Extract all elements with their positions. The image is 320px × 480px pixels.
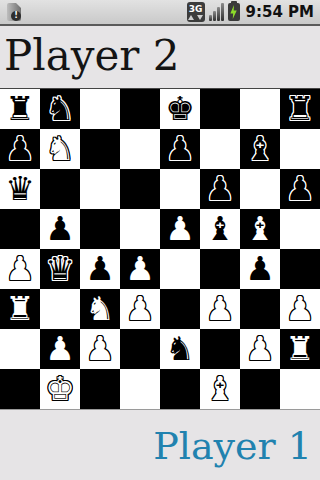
white-rook-h2: ♜ [280, 329, 320, 369]
black-pawn-c4: ♟ [80, 249, 120, 289]
square-c7[interactable] [80, 129, 120, 169]
square-f4[interactable] [200, 249, 240, 289]
black-rook-a8: ♜ [0, 89, 40, 129]
black-pawn-g4: ♟ [240, 249, 280, 289]
player1-name: Player 1 [0, 418, 320, 474]
square-e2[interactable]: ♞ [160, 329, 200, 369]
square-b6[interactable] [40, 169, 80, 209]
square-h3[interactable]: ♟ [280, 289, 320, 329]
black-bishop-g7: ♝ [240, 129, 280, 169]
square-a4[interactable]: ♟ [0, 249, 40, 289]
square-a1[interactable] [0, 369, 40, 409]
black-pawn-e7: ♟ [160, 129, 200, 169]
square-d7[interactable] [120, 129, 160, 169]
square-g3[interactable] [240, 289, 280, 329]
square-e3[interactable] [160, 289, 200, 329]
square-c8[interactable] [80, 89, 120, 129]
square-h1[interactable] [280, 369, 320, 409]
square-e6[interactable] [160, 169, 200, 209]
square-d8[interactable] [120, 89, 160, 129]
sdcard-warning-icon: ! [7, 3, 21, 21]
white-pawn-c2: ♟ [80, 329, 120, 369]
square-d3[interactable]: ♟ [120, 289, 160, 329]
square-h4[interactable] [280, 249, 320, 289]
square-g2[interactable]: ♟ [240, 329, 280, 369]
square-h5[interactable] [280, 209, 320, 249]
square-e8[interactable]: ♚ [160, 89, 200, 129]
square-h7[interactable] [280, 129, 320, 169]
black-king-e8: ♚ [160, 89, 200, 129]
black-rook-h8: ♜ [280, 89, 320, 129]
square-a8[interactable]: ♜ [0, 89, 40, 129]
white-rook-a3: ♜ [0, 289, 40, 329]
square-g4[interactable]: ♟ [240, 249, 280, 289]
white-king-b1: ♚ [40, 369, 80, 409]
black-pawn-f6: ♟ [200, 169, 240, 209]
square-c5[interactable] [80, 209, 120, 249]
square-a2[interactable] [0, 329, 40, 369]
square-g5[interactable]: ♝ [240, 209, 280, 249]
black-knight-b8: ♞ [40, 89, 80, 129]
black-knight-e2: ♞ [160, 329, 200, 369]
square-b4[interactable]: ♛ [40, 249, 80, 289]
square-c3[interactable]: ♞ [80, 289, 120, 329]
square-b3[interactable] [40, 289, 80, 329]
square-d2[interactable] [120, 329, 160, 369]
square-c4[interactable]: ♟ [80, 249, 120, 289]
square-h8[interactable]: ♜ [280, 89, 320, 129]
square-b7[interactable]: ♞ [40, 129, 80, 169]
square-c1[interactable] [80, 369, 120, 409]
battery-charging-icon [228, 3, 240, 21]
square-c2[interactable]: ♟ [80, 329, 120, 369]
square-b5[interactable]: ♟ [40, 209, 80, 249]
signal-strength-icon [209, 3, 224, 21]
white-knight-c3: ♞ [80, 289, 120, 329]
square-d6[interactable] [120, 169, 160, 209]
data-arrows-icon [188, 15, 203, 20]
white-pawn-h3: ♟ [280, 289, 320, 329]
upload-arrow-icon [188, 15, 194, 20]
download-arrow-icon [197, 15, 203, 20]
white-pawn-g2: ♟ [240, 329, 280, 369]
square-f5[interactable]: ♝ [200, 209, 240, 249]
square-e7[interactable]: ♟ [160, 129, 200, 169]
square-d1[interactable] [120, 369, 160, 409]
player2-name: Player 2 [0, 26, 320, 88]
black-queen-b4: ♛ [40, 249, 80, 289]
square-f8[interactable] [200, 89, 240, 129]
square-a6[interactable]: ♛ [0, 169, 40, 209]
black-bishop-f5: ♝ [200, 209, 240, 249]
black-queen-a6: ♛ [0, 169, 40, 209]
chess-board: ♜♞♚♜♟♞♟♝♛♟♟♟♟♝♝♟♛♟♟♟♜♞♟♟♟♟♟♞♟♜♚♝ [0, 88, 320, 410]
3g-data-icon: 3G [187, 2, 205, 22]
warning-badge-icon: ! [11, 11, 21, 21]
black-pawn-a7: ♟ [0, 129, 40, 169]
square-f6[interactable]: ♟ [200, 169, 240, 209]
white-bishop-f1: ♝ [200, 369, 240, 409]
square-g1[interactable] [240, 369, 280, 409]
white-pawn-a4: ♟ [0, 249, 40, 289]
square-e4[interactable] [160, 249, 200, 289]
square-g6[interactable] [240, 169, 280, 209]
black-pawn-b5: ♟ [40, 209, 80, 249]
white-pawn-d4: ♟ [120, 249, 160, 289]
charging-bolt-icon [230, 5, 238, 19]
square-f3[interactable]: ♟ [200, 289, 240, 329]
square-f2[interactable] [200, 329, 240, 369]
clock-text: 9:54 PM [246, 3, 314, 21]
square-h2[interactable]: ♜ [280, 329, 320, 369]
white-pawn-b2: ♟ [40, 329, 80, 369]
square-d4[interactable]: ♟ [120, 249, 160, 289]
white-bishop-g5: ♝ [240, 209, 280, 249]
square-h6[interactable]: ♟ [280, 169, 320, 209]
white-knight-b7: ♞ [40, 129, 80, 169]
white-pawn-d3: ♟ [120, 289, 160, 329]
3g-label: 3G [189, 4, 203, 14]
square-e1[interactable] [160, 369, 200, 409]
square-a7[interactable]: ♟ [0, 129, 40, 169]
status-bar: ! 3G 9:54 PM [0, 0, 320, 26]
square-g7[interactable]: ♝ [240, 129, 280, 169]
square-f1[interactable]: ♝ [200, 369, 240, 409]
square-f7[interactable] [200, 129, 240, 169]
square-b1[interactable]: ♚ [40, 369, 80, 409]
square-b2[interactable]: ♟ [40, 329, 80, 369]
square-g8[interactable] [240, 89, 280, 129]
white-pawn-e5: ♟ [160, 209, 200, 249]
square-e5[interactable]: ♟ [160, 209, 200, 249]
black-pawn-h6: ♟ [280, 169, 320, 209]
square-b8[interactable]: ♞ [40, 89, 80, 129]
square-a5[interactable] [0, 209, 40, 249]
square-a3[interactable]: ♜ [0, 289, 40, 329]
square-c6[interactable] [80, 169, 120, 209]
square-d5[interactable] [120, 209, 160, 249]
white-pawn-f3: ♟ [200, 289, 240, 329]
